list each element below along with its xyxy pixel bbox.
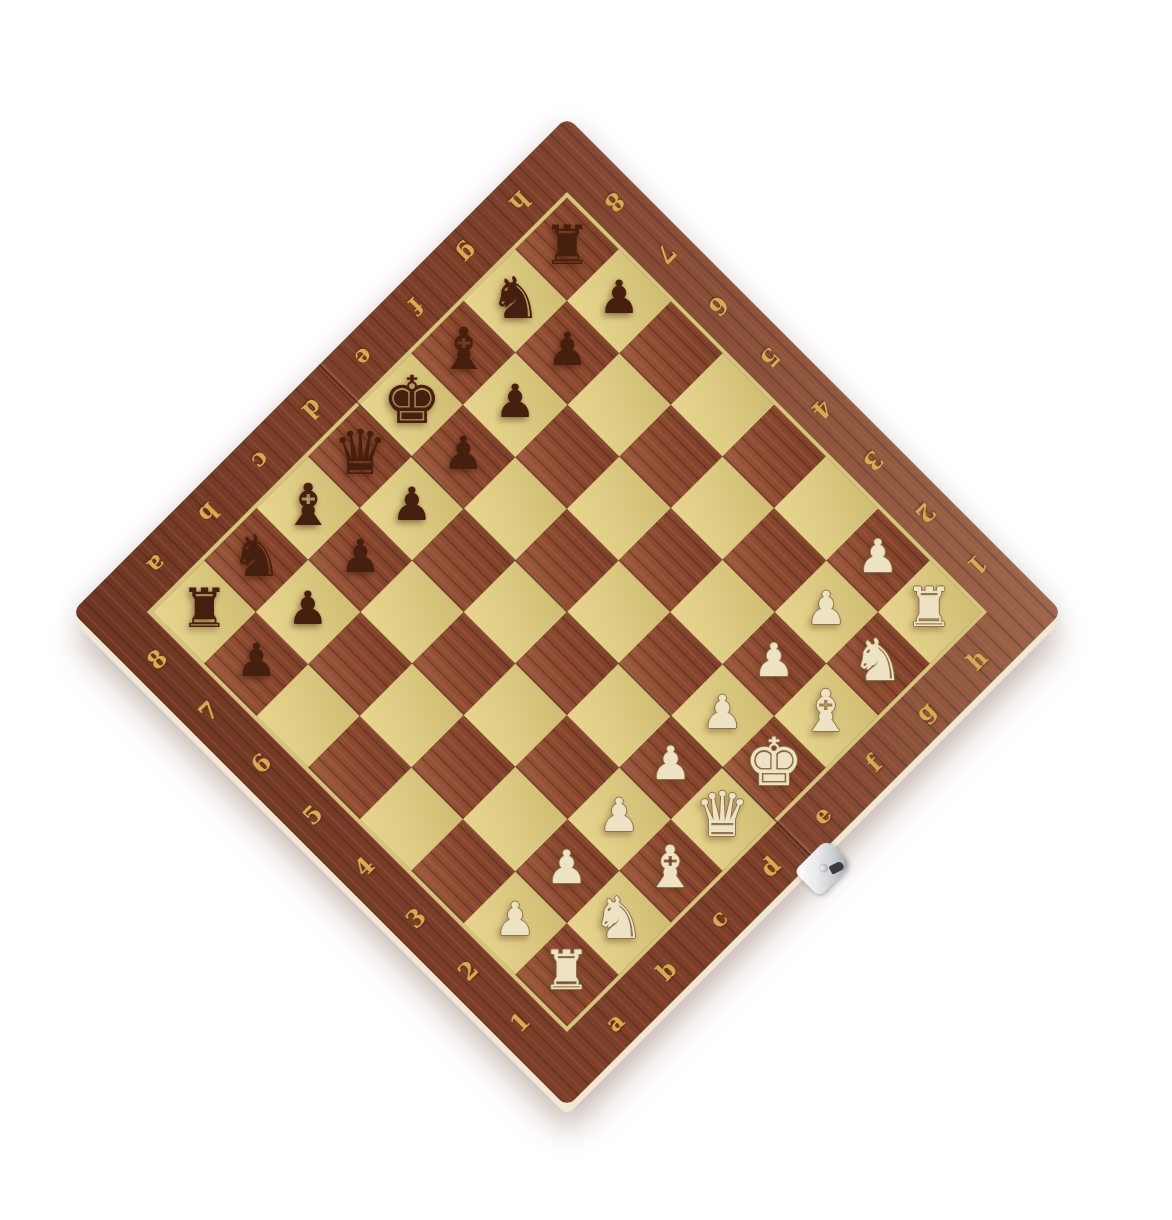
piece-white-knight: ♞: [593, 890, 645, 948]
piece-black-knight: ♞: [230, 527, 282, 585]
piece-white-pawn: ♟: [546, 844, 587, 890]
piece-white-pawn: ♟: [805, 585, 846, 631]
piece-white-pawn: ♟: [598, 792, 639, 838]
piece-black-pawn: ♟: [339, 533, 380, 579]
piece-black-rook: ♜: [543, 218, 591, 272]
board-frame: abcdefgh abcdefgh 87654321 87654321 ♜♞♝♛…: [72, 117, 1062, 1107]
piece-white-queen: ♛: [695, 784, 751, 846]
piece-white-rook: ♜: [543, 944, 591, 998]
piece-white-pawn: ♟: [495, 896, 536, 942]
piece-white-pawn: ♟: [857, 533, 898, 579]
piece-white-pawn: ♟: [702, 689, 743, 735]
piece-black-pawn: ♟: [546, 326, 587, 372]
piece-black-pawn: ♟: [495, 378, 536, 424]
piece-white-pawn: ♟: [650, 740, 691, 786]
piece-black-pawn: ♟: [391, 481, 432, 527]
piece-black-bishop: ♝: [282, 475, 334, 533]
piece-black-knight: ♞: [489, 268, 541, 326]
piece-black-queen: ♛: [332, 422, 388, 484]
piece-white-bishop: ♝: [800, 683, 852, 741]
piece-black-pawn: ♟: [443, 430, 484, 476]
piece-black-pawn: ♟: [236, 637, 277, 683]
piece-black-king: ♚: [382, 368, 441, 434]
piece-black-bishop: ♝: [437, 320, 489, 378]
piece-black-rook: ♜: [180, 581, 228, 635]
product-photo-page: abcdefgh abcdefgh 87654321 87654321 ♜♞♝♛…: [0, 0, 1172, 1220]
piece-black-pawn: ♟: [287, 585, 328, 631]
piece-white-king: ♚: [745, 730, 804, 796]
piece-white-knight: ♞: [852, 631, 904, 689]
piece-white-rook: ♜: [905, 581, 953, 635]
piece-white-bishop: ♝: [645, 838, 697, 896]
piece-black-pawn: ♟: [598, 274, 639, 320]
piece-white-pawn: ♟: [754, 637, 795, 683]
chess-board: abcdefgh abcdefgh 87654321 87654321 ♜♞♝♛…: [72, 117, 1062, 1107]
